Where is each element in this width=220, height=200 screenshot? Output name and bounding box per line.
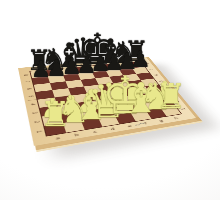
rank-label-right-2: 2 [174,100,180,102]
file-label-bottom-e: e [127,124,132,128]
rank-label-right-7: 7 [149,68,154,70]
file-label-bottom-b: b [74,133,79,137]
file-label-top-c: c [65,65,68,67]
board-grid [30,61,181,135]
rank-label-right-6: 6 [153,74,158,76]
file-label-top-e: e [93,62,97,64]
rank-label-left-5: 5 [27,95,33,97]
rank-label-right-5: 5 [158,80,163,82]
file-label-bottom-h: h [173,116,178,119]
file-label-top-a: a [36,67,40,69]
rank-label-left-4: 4 [29,103,35,106]
rank-label-right-4: 4 [163,87,168,89]
file-label-bottom-g: g [159,119,164,122]
rank-label-right-3: 3 [168,93,174,95]
file-label-bottom-f: f [144,121,148,124]
rank-label-left-8: 8 [23,74,29,76]
rank-label-right-8: 8 [144,63,149,65]
file-label-bottom-a: a [55,136,60,140]
rank-label-left-7: 7 [24,81,30,83]
file-label-bottom-c: c [93,130,98,134]
chess-board: aabbccddeeffgghh1122334455667788 [18,57,196,146]
file-label-top-d: d [79,64,83,66]
file-label-top-b: b [51,66,55,68]
file-label-top-g: g [119,60,123,62]
product-photo: aabbccddeeffgghh1122334455667788 ♜♞♝♛♚♝♞… [0,0,220,200]
file-label-top-f: f [106,61,109,63]
file-label-top-h: h [131,59,135,61]
rank-label-left-2: 2 [33,121,40,124]
rank-label-left-1: 1 [35,130,42,133]
rank-label-right-1: 1 [180,108,186,110]
rank-label-left-6: 6 [26,88,32,90]
rank-label-left-3: 3 [31,112,38,115]
file-label-bottom-d: d [110,127,115,131]
